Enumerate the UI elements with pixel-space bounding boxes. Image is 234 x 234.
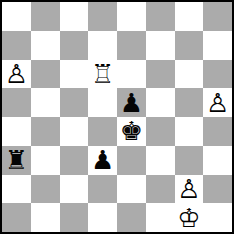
square-h5[interactable]: ♙ (203, 88, 232, 117)
white-pawn-icon: ♙ (5, 61, 28, 87)
square-e7[interactable] (117, 31, 146, 60)
square-c2[interactable] (60, 175, 89, 204)
square-d4[interactable] (88, 117, 117, 146)
square-h3[interactable] (203, 146, 232, 175)
square-h8[interactable] (203, 2, 232, 31)
square-c3[interactable] (60, 146, 89, 175)
square-d3[interactable]: ♟ (88, 146, 117, 175)
square-b6[interactable] (31, 60, 60, 89)
square-e5[interactable]: ♟ (117, 88, 146, 117)
square-a7[interactable] (2, 31, 31, 60)
white-pawn-icon: ♙ (206, 90, 229, 116)
square-e4[interactable]: ♚ (117, 117, 146, 146)
square-b3[interactable] (31, 146, 60, 175)
square-f3[interactable] (146, 146, 175, 175)
square-e6[interactable] (117, 60, 146, 89)
square-g1[interactable]: ♔ (175, 203, 204, 232)
square-e2[interactable] (117, 175, 146, 204)
square-a2[interactable] (2, 175, 31, 204)
square-a8[interactable] (2, 2, 31, 31)
square-d7[interactable] (88, 31, 117, 60)
square-b1[interactable] (31, 203, 60, 232)
square-d1[interactable] (88, 203, 117, 232)
chess-board: ♙♖♟♙♚♜♟♙♔ (2, 2, 232, 232)
square-h7[interactable] (203, 31, 232, 60)
square-f4[interactable] (146, 117, 175, 146)
square-f8[interactable] (146, 2, 175, 31)
white-pawn-icon: ♙ (177, 176, 200, 202)
square-h4[interactable] (203, 117, 232, 146)
square-g4[interactable] (175, 117, 204, 146)
square-c4[interactable] (60, 117, 89, 146)
square-b7[interactable] (31, 31, 60, 60)
square-h1[interactable] (203, 203, 232, 232)
square-a1[interactable] (2, 203, 31, 232)
square-g2[interactable]: ♙ (175, 175, 204, 204)
square-a6[interactable]: ♙ (2, 60, 31, 89)
square-b2[interactable] (31, 175, 60, 204)
black-pawn-icon: ♟ (120, 90, 143, 116)
square-c8[interactable] (60, 2, 89, 31)
square-d5[interactable] (88, 88, 117, 117)
square-d6[interactable]: ♖ (88, 60, 117, 89)
square-b5[interactable] (31, 88, 60, 117)
square-a3[interactable]: ♜ (2, 146, 31, 175)
square-h6[interactable] (203, 60, 232, 89)
square-g5[interactable] (175, 88, 204, 117)
square-f1[interactable] (146, 203, 175, 232)
square-c6[interactable] (60, 60, 89, 89)
white-rook-icon: ♖ (91, 61, 114, 87)
square-e3[interactable] (117, 146, 146, 175)
square-d8[interactable] (88, 2, 117, 31)
square-c7[interactable] (60, 31, 89, 60)
square-g7[interactable] (175, 31, 204, 60)
square-f2[interactable] (146, 175, 175, 204)
square-e1[interactable] (117, 203, 146, 232)
square-f7[interactable] (146, 31, 175, 60)
square-f6[interactable] (146, 60, 175, 89)
square-g6[interactable] (175, 60, 204, 89)
square-a5[interactable] (2, 88, 31, 117)
square-f5[interactable] (146, 88, 175, 117)
chess-board-frame: ♙♖♟♙♚♜♟♙♔ (0, 0, 234, 234)
square-c5[interactable] (60, 88, 89, 117)
square-a4[interactable] (2, 117, 31, 146)
square-d2[interactable] (88, 175, 117, 204)
square-e8[interactable] (117, 2, 146, 31)
square-c1[interactable] (60, 203, 89, 232)
black-rook-icon: ♜ (5, 147, 28, 173)
square-b8[interactable] (31, 2, 60, 31)
square-h2[interactable] (203, 175, 232, 204)
black-pawn-icon: ♟ (91, 147, 114, 173)
white-king-icon: ♔ (177, 205, 200, 231)
square-g8[interactable] (175, 2, 204, 31)
square-b4[interactable] (31, 117, 60, 146)
black-king-icon: ♚ (120, 118, 143, 144)
square-g3[interactable] (175, 146, 204, 175)
